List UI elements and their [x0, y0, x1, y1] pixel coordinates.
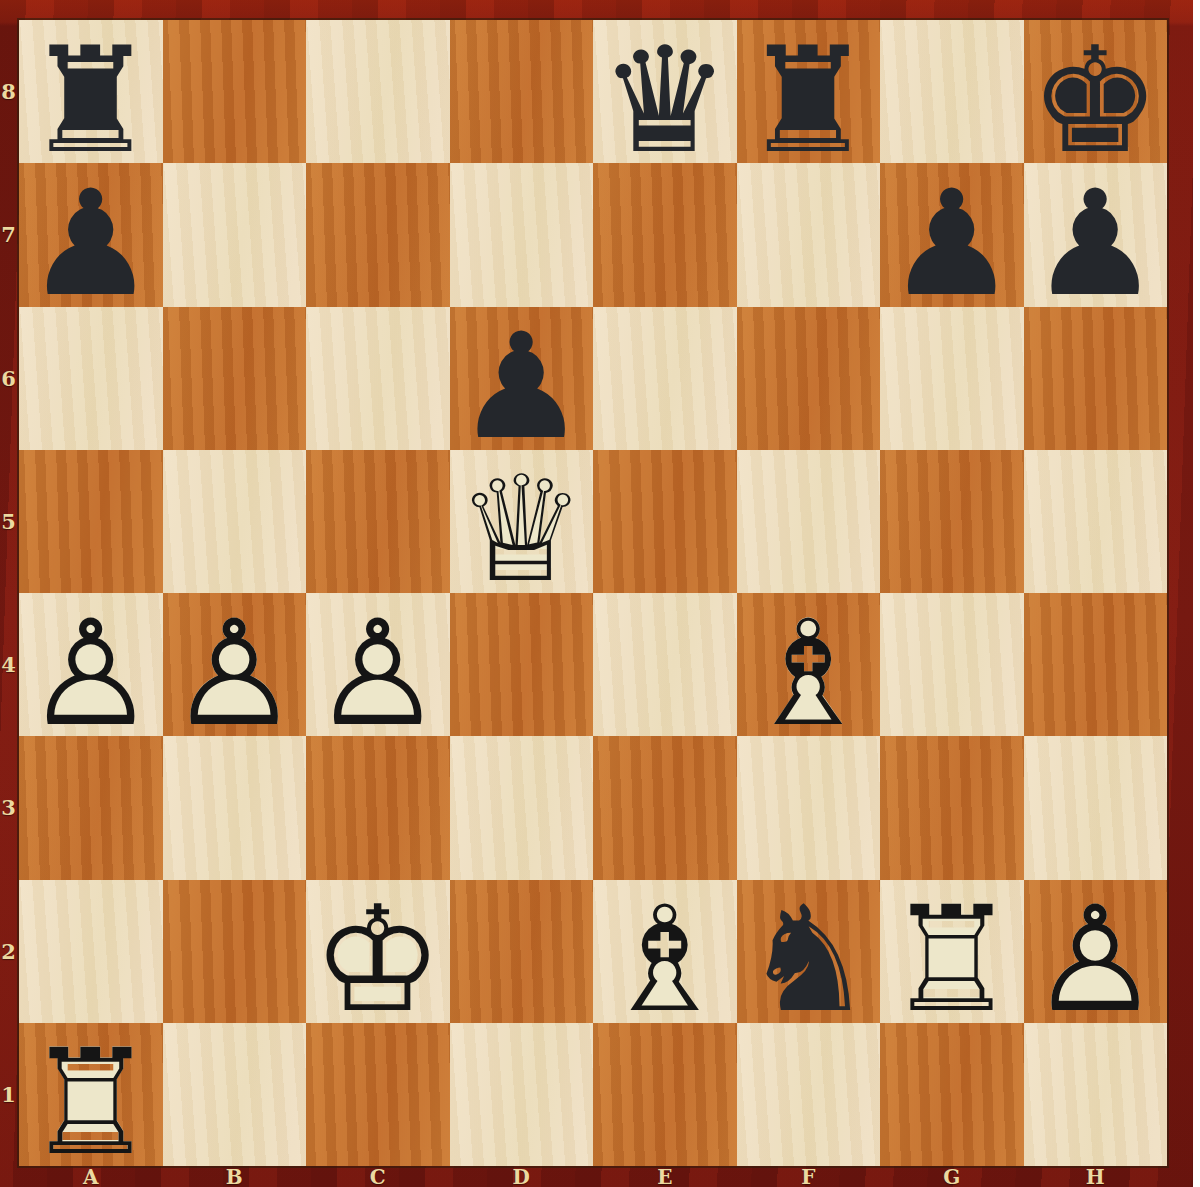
square-a4[interactable]: ♟♙: [19, 593, 163, 736]
file-label-g: G: [880, 1166, 1024, 1187]
black-queen-piece: ♛: [593, 28, 737, 171]
square-h8[interactable]: ♚: [1024, 20, 1168, 163]
square-d6[interactable]: ♟: [450, 307, 594, 450]
white-pawn-piece-fill: ♟: [163, 601, 307, 744]
white-queen-piece: ♕: [450, 458, 594, 601]
square-b7[interactable]: [163, 163, 307, 306]
rank-label-3: 3: [0, 736, 17, 879]
square-g2[interactable]: ♜♖: [880, 880, 1024, 1023]
file-label-e: E: [593, 1166, 737, 1187]
white-pawn-piece: ♙: [1024, 888, 1168, 1031]
square-e4[interactable]: [593, 593, 737, 736]
white-pawn-piece-fill: ♟: [19, 601, 163, 744]
square-f3[interactable]: [737, 736, 881, 879]
white-bishop-piece-fill: ♝: [737, 601, 881, 744]
square-g5[interactable]: [880, 450, 1024, 593]
white-pawn-piece: ♙: [19, 601, 163, 744]
white-king-piece: ♔: [306, 888, 450, 1031]
black-rook-piece: ♜: [19, 28, 163, 171]
white-rook-piece: ♖: [19, 1031, 163, 1174]
square-e8[interactable]: ♛: [593, 20, 737, 163]
square-c6[interactable]: [306, 307, 450, 450]
file-labels: ABCDEFGH: [19, 1166, 1167, 1187]
rank-label-6: 6: [0, 307, 17, 450]
square-c1[interactable]: [306, 1023, 450, 1166]
rank-label-5: 5: [0, 450, 17, 593]
black-knight-piece: ♞: [737, 888, 881, 1031]
square-g7[interactable]: ♟: [880, 163, 1024, 306]
white-bishop-piece: ♗: [737, 601, 881, 744]
square-h7[interactable]: ♟: [1024, 163, 1168, 306]
rank-label-7: 7: [0, 163, 17, 306]
square-e3[interactable]: [593, 736, 737, 879]
black-pawn-piece: ♟: [880, 171, 1024, 314]
square-c8[interactable]: [306, 20, 450, 163]
square-f5[interactable]: [737, 450, 881, 593]
white-rook-piece-fill: ♜: [19, 1031, 163, 1174]
rank-label-1: 1: [0, 1023, 17, 1166]
rank-label-4: 4: [0, 593, 17, 736]
square-b6[interactable]: [163, 307, 307, 450]
white-king-piece-fill: ♚: [306, 888, 450, 1031]
rank-label-8: 8: [0, 20, 17, 163]
square-g4[interactable]: [880, 593, 1024, 736]
square-h3[interactable]: [1024, 736, 1168, 879]
square-b4[interactable]: ♟♙: [163, 593, 307, 736]
square-f7[interactable]: [737, 163, 881, 306]
rank-labels: 87654321: [0, 20, 17, 1166]
black-pawn-piece: ♟: [1024, 171, 1168, 314]
square-a1[interactable]: ♜♖: [19, 1023, 163, 1166]
rank-label-2: 2: [0, 880, 17, 1023]
square-e7[interactable]: [593, 163, 737, 306]
square-d3[interactable]: [450, 736, 594, 879]
square-a6[interactable]: [19, 307, 163, 450]
square-g6[interactable]: [880, 307, 1024, 450]
square-a7[interactable]: ♟: [19, 163, 163, 306]
square-h2[interactable]: ♟♙: [1024, 880, 1168, 1023]
square-e5[interactable]: [593, 450, 737, 593]
white-pawn-piece-fill: ♟: [306, 601, 450, 744]
black-pawn-piece: ♟: [450, 315, 594, 458]
square-f2[interactable]: ♞: [737, 880, 881, 1023]
square-e2[interactable]: ♝♗: [593, 880, 737, 1023]
square-f8[interactable]: ♜: [737, 20, 881, 163]
square-d4[interactable]: [450, 593, 594, 736]
white-rook-piece: ♖: [880, 888, 1024, 1031]
square-g8[interactable]: [880, 20, 1024, 163]
board-frame: 87654321 ♜♛♜♚♟♟♟♟♛♕♟♙♟♙♟♙♝♗♚♔♝♗♞♜♖♟♙♜♖ A…: [0, 0, 1193, 1187]
black-rook-piece: ♜: [737, 28, 881, 171]
square-h6[interactable]: [1024, 307, 1168, 450]
white-rook-piece-fill: ♜: [880, 888, 1024, 1031]
square-g1[interactable]: [880, 1023, 1024, 1166]
board: ♜♛♜♚♟♟♟♟♛♕♟♙♟♙♟♙♝♗♚♔♝♗♞♜♖♟♙♜♖: [17, 18, 1169, 1168]
square-c3[interactable]: [306, 736, 450, 879]
white-pawn-piece-fill: ♟: [1024, 888, 1168, 1031]
square-h1[interactable]: [1024, 1023, 1168, 1166]
black-king-piece: ♚: [1024, 28, 1168, 171]
square-d2[interactable]: [450, 880, 594, 1023]
square-a3[interactable]: [19, 736, 163, 879]
square-c4[interactable]: ♟♙: [306, 593, 450, 736]
white-bishop-piece: ♗: [593, 888, 737, 1031]
square-d8[interactable]: [450, 20, 594, 163]
white-bishop-piece-fill: ♝: [593, 888, 737, 1031]
square-a8[interactable]: ♜: [19, 20, 163, 163]
square-b3[interactable]: [163, 736, 307, 879]
square-g3[interactable]: [880, 736, 1024, 879]
file-label-b: B: [163, 1166, 307, 1187]
white-pawn-piece: ♙: [306, 601, 450, 744]
square-h4[interactable]: [1024, 593, 1168, 736]
square-c7[interactable]: [306, 163, 450, 306]
square-c2[interactable]: ♚♔: [306, 880, 450, 1023]
square-b1[interactable]: [163, 1023, 307, 1166]
square-f1[interactable]: [737, 1023, 881, 1166]
square-b2[interactable]: [163, 880, 307, 1023]
square-c5[interactable]: [306, 450, 450, 593]
right-edge-strip: [1193, 0, 1200, 1187]
square-b8[interactable]: [163, 20, 307, 163]
square-a5[interactable]: [19, 450, 163, 593]
square-b5[interactable]: [163, 450, 307, 593]
square-d7[interactable]: [450, 163, 594, 306]
square-f4[interactable]: ♝♗: [737, 593, 881, 736]
square-f6[interactable]: [737, 307, 881, 450]
file-label-c: C: [306, 1166, 450, 1187]
black-pawn-piece: ♟: [19, 171, 163, 314]
square-d1[interactable]: [450, 1023, 594, 1166]
file-label-h: H: [1024, 1166, 1168, 1187]
file-label-a: A: [19, 1166, 163, 1187]
square-d5[interactable]: ♛♕: [450, 450, 594, 593]
white-pawn-piece: ♙: [163, 601, 307, 744]
file-label-f: F: [737, 1166, 881, 1187]
square-e6[interactable]: [593, 307, 737, 450]
square-h5[interactable]: [1024, 450, 1168, 593]
square-e1[interactable]: [593, 1023, 737, 1166]
white-queen-piece-fill: ♛: [450, 458, 594, 601]
file-label-d: D: [450, 1166, 594, 1187]
square-a2[interactable]: [19, 880, 163, 1023]
